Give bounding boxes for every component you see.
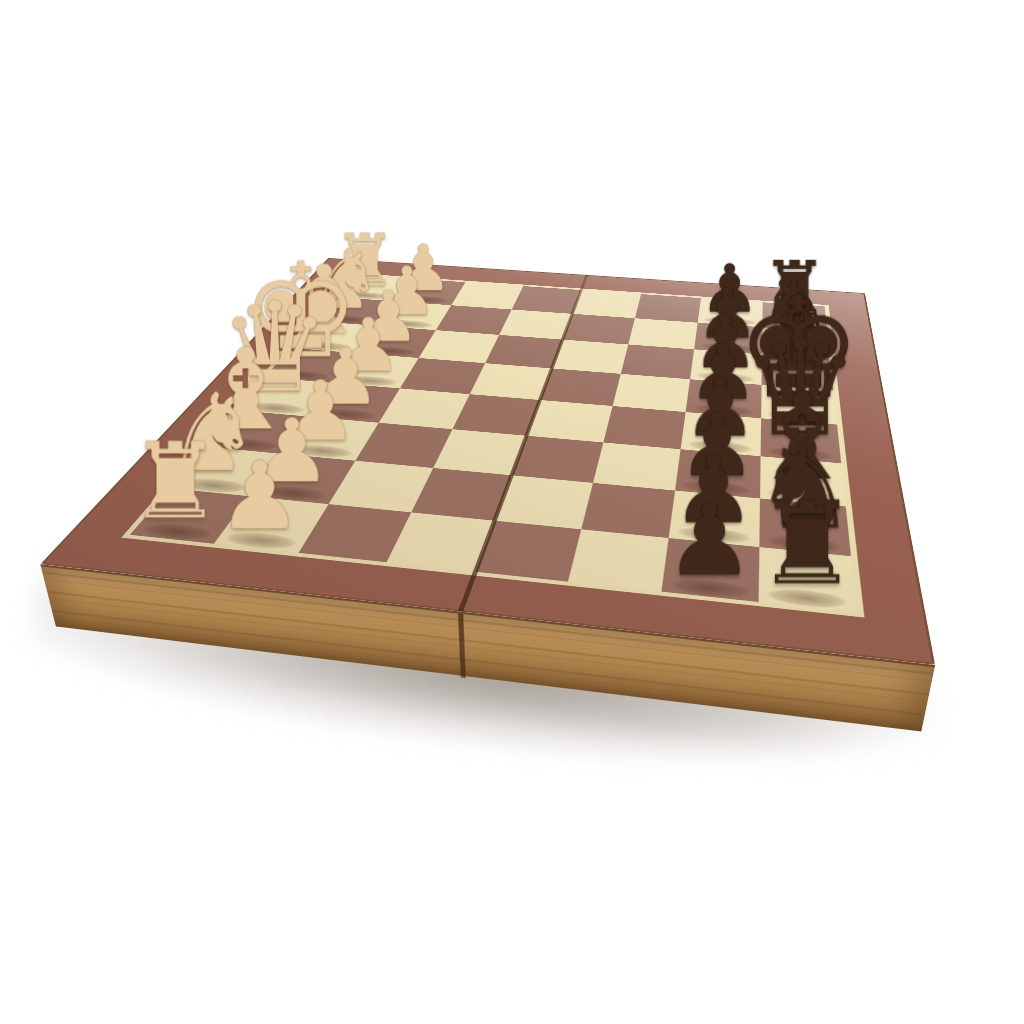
square-c5[interactable] xyxy=(512,435,603,482)
chess-box: ♜♟♟♜♞♟♟♞♝♟♟♝♚♟♟♚♛♟♟♛♝♟♟♝♞♟♟♞♜♟♟♜ xyxy=(40,258,935,665)
product-photo: ♜♟♟♜♞♟♟♞♝♟♟♝♚♟♟♚♛♟♟♛♝♟♟♝♞♟♟♞♜♟♟♜ xyxy=(0,0,1024,1024)
square-a6[interactable] xyxy=(567,529,668,592)
square-a5[interactable] xyxy=(475,520,580,581)
square-c3[interactable] xyxy=(355,422,452,467)
fold-seam-front xyxy=(458,613,466,678)
square-d5[interactable] xyxy=(527,400,612,442)
square-c4[interactable] xyxy=(433,429,527,475)
square-d4[interactable] xyxy=(452,394,540,435)
square-b6[interactable] xyxy=(581,483,675,538)
white-pawn[interactable]: ♟ xyxy=(217,449,301,543)
square-b4[interactable] xyxy=(411,468,512,520)
square-b5[interactable] xyxy=(495,475,593,529)
chess-box-scene: ♜♟♟♜♞♟♟♞♝♟♟♝♚♟♟♚♛♟♟♛♝♟♟♝♞♟♟♞♜♟♟♜ xyxy=(200,60,880,740)
square-a4[interactable] xyxy=(386,512,495,572)
black-pawn[interactable]: ♟ xyxy=(665,491,754,591)
white-rook[interactable]: ♜ xyxy=(129,429,223,534)
square-b3[interactable] xyxy=(329,461,433,512)
square-a3[interactable] xyxy=(299,504,411,562)
black-rook[interactable]: ♜ xyxy=(756,486,858,600)
square-e5[interactable] xyxy=(540,368,620,406)
